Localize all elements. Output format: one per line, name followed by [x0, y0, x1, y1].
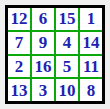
cell-r2c2: 5	[56, 56, 78, 78]
cell-r2c3: 11	[80, 56, 102, 78]
cell-r1c0: 7	[8, 32, 30, 54]
cell-r3c1: 3	[32, 79, 54, 101]
cell-r1c2: 4	[56, 32, 78, 54]
cell-r2c0: 2	[8, 56, 30, 78]
cell-r2c1: 16	[32, 56, 54, 78]
magic-square-grid: 12 6 15 1 7 9 4 14 2 16 5 11 13 3 10 8	[8, 8, 102, 101]
cell-r0c2: 15	[56, 8, 78, 30]
cell-r1c1: 9	[32, 32, 54, 54]
cell-r0c0: 12	[8, 8, 30, 30]
cell-r0c1: 6	[32, 8, 54, 30]
cell-r3c2: 10	[56, 79, 78, 101]
cell-r0c3: 1	[80, 8, 102, 30]
cell-r1c3: 14	[80, 32, 102, 54]
cell-r3c3: 8	[80, 79, 102, 101]
cell-r3c0: 13	[8, 79, 30, 101]
magic-square-board: 12 6 15 1 7 9 4 14 2 16 5 11 13 3 10 8	[5, 5, 105, 104]
